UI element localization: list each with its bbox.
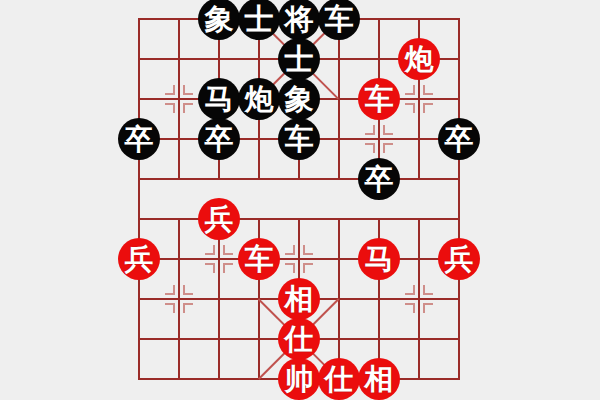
piece-red-horse[interactable]: 马 (358, 238, 400, 280)
piece-black-elephant[interactable]: 象 (278, 78, 320, 120)
piece-black-chariot[interactable]: 车 (318, 0, 360, 40)
piece-red-soldier[interactable]: 兵 (198, 198, 240, 240)
piece-black-soldier[interactable]: 卒 (198, 118, 240, 160)
piece-red-chariot[interactable]: 车 (358, 78, 400, 120)
piece-black-advisor[interactable]: 士 (238, 0, 280, 40)
piece-black-cannon[interactable]: 炮 (238, 78, 280, 120)
piece-black-general[interactable]: 将 (278, 0, 320, 40)
piece-black-soldier[interactable]: 卒 (118, 118, 160, 160)
piece-red-advisor[interactable]: 仕 (318, 358, 360, 400)
piece-red-advisor[interactable]: 仕 (278, 318, 320, 360)
piece-red-cannon[interactable]: 炮 (398, 38, 440, 80)
piece-red-soldier[interactable]: 兵 (118, 238, 160, 280)
piece-red-general[interactable]: 帅 (278, 358, 320, 400)
xiangqi-board: 象士将车士炮马炮象车卒卒车卒卒兵兵车马兵相仕帅仕相 (119, 0, 479, 399)
piece-red-elephant[interactable]: 相 (358, 358, 400, 400)
piece-black-advisor[interactable]: 士 (278, 38, 320, 80)
board-intersections-grid[interactable]: 象士将车士炮马炮象车卒卒车卒卒兵兵车马兵相仕帅仕相 (119, 0, 479, 399)
piece-red-soldier[interactable]: 兵 (438, 238, 480, 280)
piece-black-soldier[interactable]: 卒 (358, 158, 400, 200)
xiangqi-screenshot: 象士将车士炮马炮象车卒卒车卒卒兵兵车马兵相仕帅仕相 (0, 0, 600, 400)
piece-black-elephant[interactable]: 象 (198, 0, 240, 40)
piece-red-chariot[interactable]: 车 (238, 238, 280, 280)
piece-black-soldier[interactable]: 卒 (438, 118, 480, 160)
piece-black-horse[interactable]: 马 (198, 78, 240, 120)
piece-black-chariot[interactable]: 车 (278, 118, 320, 160)
piece-red-elephant[interactable]: 相 (278, 278, 320, 320)
